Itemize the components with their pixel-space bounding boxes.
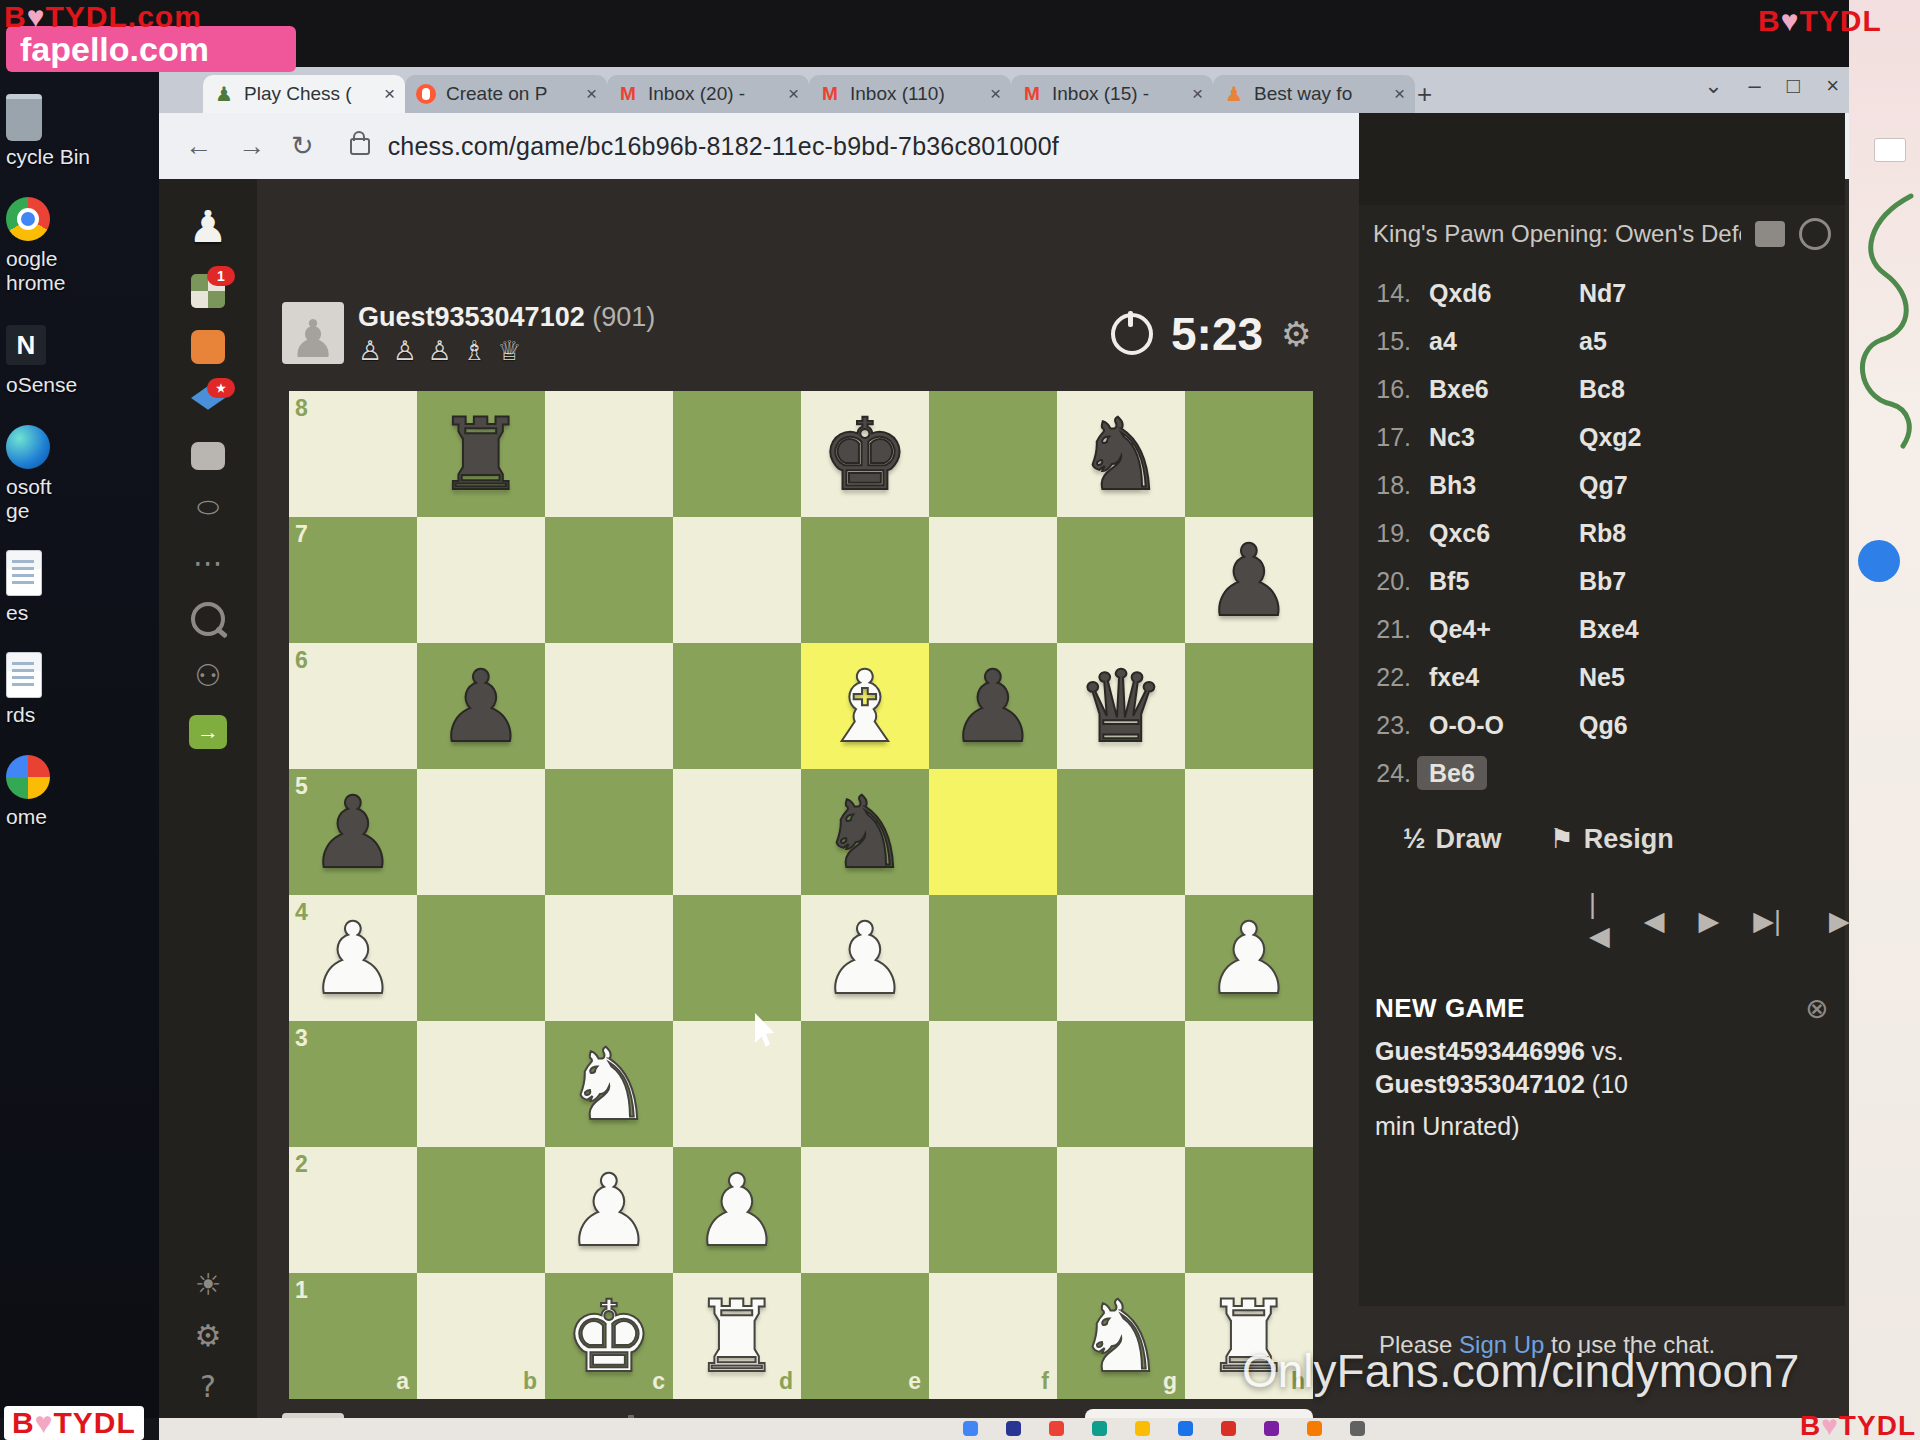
tab-close-icon[interactable]: × [586, 83, 597, 105]
white-move-Be6[interactable]: Be6 [1417, 756, 1487, 790]
tab-label: Play Chess ( [244, 83, 378, 105]
black-rook-b8[interactable]: ♜ [417, 391, 545, 517]
board-square-c4[interactable] [545, 895, 673, 1021]
desktop-icon-google-chrome[interactable]: oogle hrome [6, 195, 136, 295]
jump-end-icon[interactable]: ▶| [1753, 905, 1781, 937]
black-move-Qg6[interactable]: Qg6 [1579, 711, 1628, 739]
black-pawn-h7[interactable]: ♟ [1185, 517, 1313, 643]
doodle-blue-dot [1858, 540, 1900, 582]
gmail-favicon: M [1021, 83, 1043, 105]
white-pawn-h4[interactable]: ♟ [1185, 895, 1313, 1021]
settings-gear-icon[interactable]: ⚙ [195, 1318, 222, 1353]
white-move-Nc3[interactable]: Nc3 [1429, 423, 1475, 451]
back-button[interactable]: ← [185, 131, 212, 162]
taskbar-app-icon[interactable] [1049, 1421, 1064, 1436]
move-row-23: 23.O-O-OQg6 [1359, 701, 1845, 749]
white-pawn-c2[interactable]: ♟ [545, 1147, 673, 1273]
browser-tab-inbox-15-[interactable]: MInbox (15) -× [1011, 75, 1213, 113]
board-square-e8[interactable]: ♚ [801, 391, 929, 517]
clock-icon [1111, 313, 1153, 355]
chess-board: 8♜♚♞7♟6♟♝♟♛5♟♞4♟♟♟3♞2♟♟1abc♚d♜efg♞h♜ [289, 391, 1313, 1399]
document-icon [6, 652, 42, 698]
step-back-icon[interactable]: ◀ [1644, 905, 1665, 937]
board-square-b5[interactable] [417, 769, 545, 895]
browser-tab-inbox-110-[interactable]: MInbox (110)× [809, 75, 1011, 113]
rank-label: 8 [295, 395, 308, 422]
board-square-b7[interactable] [417, 517, 545, 643]
taskbar-app-icon[interactable] [1221, 1421, 1236, 1436]
board-square-f8[interactable] [929, 391, 1057, 517]
white-pawn-a4[interactable]: ♟ [289, 895, 417, 1021]
board-square-f6[interactable]: ♟ [929, 643, 1057, 769]
board-square-h2[interactable] [1185, 1147, 1313, 1273]
black-move-Nd7[interactable]: Nd7 [1579, 279, 1626, 307]
rank-label: 7 [295, 521, 308, 548]
board-square-c1[interactable]: c♚ [545, 1273, 673, 1399]
white-knight-g1[interactable]: ♞ [1057, 1273, 1185, 1399]
board-square-b3[interactable] [417, 1021, 545, 1147]
white-move-Bf5[interactable]: Bf5 [1429, 567, 1469, 595]
windows-taskbar[interactable] [159, 1418, 1849, 1440]
new-game-description-line2: min Unrated) [1375, 1110, 1829, 1143]
paper-note [1874, 138, 1906, 162]
board-square-g5[interactable] [1057, 769, 1185, 895]
move-row-17: 17.Nc3Qxg2 [1359, 413, 1845, 461]
playback-controls: |◀◀▶▶|▶ [1589, 889, 1845, 952]
black-move-Bxe4[interactable]: Bxe4 [1579, 615, 1639, 643]
move-number: 20. [1359, 567, 1429, 596]
chess-pawn-orange-favicon: ♟ [1223, 83, 1245, 105]
move-row-18: 18.Bh3Qg7 [1359, 461, 1845, 509]
move-number: 18. [1359, 471, 1429, 500]
move-list: 14.Qxd6Nd715.a4a516.Bxe6Bc817.Nc3Qxg218.… [1359, 263, 1845, 797]
board-square-f7[interactable] [929, 517, 1057, 643]
board-square-f5[interactable] [929, 769, 1057, 895]
move-row-22: 22.fxe4Ne5 [1359, 653, 1845, 701]
board-square-a4[interactable]: 4♟ [289, 895, 417, 1021]
board-square-g6[interactable]: ♛ [1057, 643, 1185, 769]
gmail-favicon: M [819, 83, 841, 105]
theme-toggle-sun-icon[interactable]: ☀ [195, 1267, 222, 1302]
notepad-n-icon: N [6, 325, 46, 365]
chesscom-nav-rail: ♟1★⬭⋯⚇→☀⚙? [159, 179, 257, 1418]
desktop-icon-label: es [6, 601, 136, 625]
tab-label: Best way fo [1254, 83, 1388, 105]
move-row-20: 20.Bf5Bb7 [1359, 557, 1845, 605]
desktop-icon-label: osoft ge [6, 475, 136, 523]
help-icon[interactable]: ? [200, 1369, 216, 1404]
desk-background-strip [1849, 0, 1920, 1440]
doodle-squiggle [1851, 190, 1917, 450]
desktop-icon-label: ome [6, 805, 136, 829]
desktop-icon-label: oogle hrome [6, 247, 136, 295]
resign-flag-icon: ⚑ [1550, 823, 1574, 854]
board-square-e3[interactable] [801, 1021, 929, 1147]
move-row-21: 21.Qe4+Bxe4 [1359, 605, 1845, 653]
board-square-e7[interactable] [801, 517, 929, 643]
board-square-a7[interactable]: 7 [289, 517, 417, 643]
desktop-icon-microsoft-edge[interactable]: osoft ge [6, 423, 136, 523]
tab-close-icon[interactable]: × [384, 83, 395, 105]
tab-close-icon[interactable]: × [1192, 83, 1203, 105]
chrome-window: ♟Play Chess (×Create on P×MInbox (20) -×… [159, 67, 1849, 1418]
white-king-c1[interactable]: ♚ [545, 1273, 673, 1399]
board-square-f1[interactable]: f [929, 1273, 1057, 1399]
white-move-Qxc6[interactable]: Qxc6 [1429, 519, 1490, 547]
rank-label: 1 [295, 1277, 308, 1304]
profile-circle-icon [6, 755, 50, 799]
more-icon[interactable]: ⋯ [193, 545, 223, 580]
black-move-Qg7[interactable]: Qg7 [1579, 471, 1628, 499]
sign-in-icon[interactable]: → [189, 715, 227, 749]
tab-close-icon[interactable]: × [990, 83, 1001, 105]
forward-button[interactable]: → [238, 131, 265, 162]
tab-search-chevron[interactable]: ⌄ [1704, 73, 1722, 99]
board-square-a8[interactable]: 8 [289, 391, 417, 517]
move-row-16: 16.Bxe6Bc8 [1359, 365, 1845, 413]
step-forward-icon[interactable]: ▶ [1699, 905, 1720, 937]
board-square-e5[interactable]: ♞ [801, 769, 929, 895]
taskbar-app-icon[interactable] [1006, 1421, 1021, 1436]
tab-close-icon[interactable]: × [1394, 83, 1405, 105]
white-knight-c3[interactable]: ♞ [545, 1021, 673, 1147]
board-square-h6[interactable] [1185, 643, 1313, 769]
game-sidebar: King's Pawn Opening: Owen's Defen... 14.… [1359, 113, 1845, 1306]
jump-start-icon[interactable]: |◀ [1589, 889, 1610, 952]
new-game-title: NEW GAME [1375, 993, 1525, 1024]
chesscom-logo-pawn-icon[interactable]: ♟ [188, 201, 227, 252]
desktop-icon-recycle-bin[interactable]: cycle Bin [6, 93, 136, 169]
dismiss-icon[interactable]: ⊗ [1805, 992, 1829, 1025]
board-square-d3[interactable] [673, 1021, 801, 1147]
play-icon[interactable]: 1 [191, 274, 225, 308]
taskbar-app-icon[interactable] [963, 1421, 978, 1436]
browser-tab-play-chess-[interactable]: ♟Play Chess (× [203, 75, 405, 113]
board-square-f3[interactable] [929, 1021, 1057, 1147]
desktop-icon-profile-circle[interactable]: ome [6, 753, 136, 829]
tab-label: Create on P [446, 83, 580, 105]
board-square-h8[interactable] [1185, 391, 1313, 517]
desktop-icon-label: rds [6, 703, 136, 727]
move-number: 14. [1359, 279, 1429, 308]
tab-label: Inbox (20) - [648, 83, 782, 105]
gmail-favicon: M [617, 83, 639, 105]
tab-label: Inbox (15) - [1052, 83, 1186, 105]
botydl-watermark-bottom-left: B♥TYDL [4, 1406, 144, 1440]
board-square-a3[interactable]: 3 [289, 1021, 417, 1147]
microsoft-edge-icon [6, 425, 50, 469]
desktop-icon-document[interactable]: rds [6, 651, 136, 727]
board-square-d8[interactable] [673, 391, 801, 517]
browser-tab-inbox-20-[interactable]: MInbox (20) -× [607, 75, 809, 113]
desktop-icon-notepad-n[interactable]: NoSense [6, 321, 136, 397]
move-number: 19. [1359, 519, 1429, 548]
black-queen-g6[interactable]: ♛ [1057, 643, 1185, 769]
white-bishop-e6[interactable]: ♝ [801, 643, 929, 769]
taskbar-app-icon[interactable] [1092, 1421, 1107, 1436]
botydl-watermark-top-left: B♥TYDL.com [4, 0, 202, 34]
desktop-icon-label: cycle Bin [6, 145, 136, 169]
move-number: 23. [1359, 711, 1429, 740]
learn-icon[interactable]: ★ [191, 386, 225, 420]
board-square-b4[interactable] [417, 895, 545, 1021]
file-label: e [908, 1368, 921, 1395]
black-knight-g8[interactable]: ♞ [1057, 391, 1185, 517]
botydl-watermark-top-right: B♥TYDL [1758, 4, 1882, 38]
board-square-f2[interactable] [929, 1147, 1057, 1273]
board-square-e2[interactable] [801, 1147, 929, 1273]
board-square-d5[interactable] [673, 769, 801, 895]
move-number: 17. [1359, 423, 1429, 452]
padlock-icon [350, 138, 370, 155]
move-number: 15. [1359, 327, 1429, 356]
board-square-c2[interactable]: ♟ [545, 1147, 673, 1273]
board-square-a1[interactable]: 1a [289, 1273, 417, 1399]
white-rook-d1[interactable]: ♜ [673, 1273, 801, 1399]
board-square-d6[interactable] [673, 643, 801, 769]
url-field[interactable]: chess.com/game/bc16b96b-8182-11ec-b9bd-7… [388, 132, 1059, 161]
patreon-favicon [415, 83, 437, 105]
black-pawn-a5[interactable]: ♟ [289, 769, 417, 895]
tab-close-icon[interactable]: × [788, 83, 799, 105]
reload-button[interactable]: ↻ [291, 130, 314, 162]
taskbar-app-icon[interactable] [1350, 1421, 1365, 1436]
board-square-h3[interactable] [1185, 1021, 1313, 1147]
board-square-h7[interactable]: ♟ [1185, 517, 1313, 643]
move-row-19: 19.Qxc6Rb8 [1359, 509, 1845, 557]
board-square-b2[interactable] [417, 1147, 545, 1273]
black-move-Qxg2[interactable]: Qxg2 [1579, 423, 1642, 451]
board-square-g3[interactable] [1057, 1021, 1185, 1147]
taskbar-app-icon[interactable] [1178, 1421, 1193, 1436]
white-pawn-d2[interactable]: ♟ [673, 1147, 801, 1273]
white-pawn-e4[interactable]: ♟ [801, 895, 929, 1021]
move-row-14: 14.Qxd6Nd7 [1359, 269, 1845, 317]
black-king-e8[interactable]: ♚ [801, 391, 929, 517]
notification-badge: ★ [207, 378, 235, 398]
board-square-d2[interactable]: ♟ [673, 1147, 801, 1273]
white-move-Qxd6[interactable]: Qxd6 [1429, 279, 1492, 307]
news-icon[interactable] [191, 442, 225, 470]
file-label: f [1041, 1368, 1049, 1395]
new-game-description: Guest4593446996 vs. Guest9353047102 (10 [1375, 1035, 1829, 1100]
autoplay-icon[interactable]: ▶ [1829, 905, 1850, 937]
tab-label: Inbox (110) [850, 83, 984, 105]
board-square-d4[interactable] [673, 895, 801, 1021]
board-square-g8[interactable]: ♞ [1057, 391, 1185, 517]
white-move-Bh3[interactable]: Bh3 [1429, 471, 1476, 499]
file-label: b [523, 1368, 537, 1395]
board-square-g4[interactable] [1057, 895, 1185, 1021]
black-pawn-f6[interactable]: ♟ [929, 643, 1057, 769]
taskbar-app-icon[interactable] [1307, 1421, 1322, 1436]
board-square-a2[interactable]: 2 [289, 1147, 417, 1273]
rank-label: 2 [295, 1151, 308, 1178]
opponent-clock-time: 5:23 [1171, 307, 1263, 361]
browser-tab-best-way-fo[interactable]: ♟Best way fo× [1213, 75, 1415, 113]
google-chrome-icon [6, 197, 50, 241]
desktop-icon-label: oSense [6, 373, 136, 397]
minimize-button[interactable]: – [1749, 73, 1761, 99]
search-icon[interactable] [191, 602, 225, 636]
black-move-a5[interactable]: a5 [1579, 327, 1607, 355]
board-square-b6[interactable]: ♟ [417, 643, 545, 769]
opponent-name[interactable]: Guest9353047102 (901) [358, 302, 655, 333]
chess-pawn-green-favicon: ♟ [213, 83, 235, 105]
file-label: a [396, 1368, 409, 1395]
rank-label: 6 [295, 647, 308, 674]
black-move-Ne5[interactable]: Ne5 [1579, 663, 1625, 691]
black-pawn-b6[interactable]: ♟ [417, 643, 545, 769]
board-square-c3[interactable]: ♞ [545, 1021, 673, 1147]
puzzles-icon[interactable] [191, 330, 225, 364]
screen-photo: cycle Binoogle hromeNoSenseosoft geesrds… [0, 0, 1920, 1440]
white-move-Qe4+[interactable]: Qe4+ [1429, 615, 1491, 643]
windows-desktop: cycle Binoogle hromeNoSenseosoft geesrds… [0, 67, 159, 1418]
board-square-g1[interactable]: g♞ [1057, 1273, 1185, 1399]
move-number: 16. [1359, 375, 1429, 404]
explorer-icon[interactable] [1799, 218, 1831, 250]
board-square-c6[interactable] [545, 643, 673, 769]
board-square-e6[interactable]: ♝ [801, 643, 929, 769]
board-square-c5[interactable] [545, 769, 673, 895]
board-square-b1[interactable]: b [417, 1273, 545, 1399]
taskbar-app-icon[interactable] [1135, 1421, 1150, 1436]
board-square-g7[interactable] [1057, 517, 1185, 643]
white-move-a4[interactable]: a4 [1429, 327, 1457, 355]
opening-row: King's Pawn Opening: Owen's Defen... [1359, 205, 1845, 263]
document-icon [6, 550, 42, 596]
black-move-Bb7[interactable]: Bb7 [1579, 567, 1626, 595]
board-square-d7[interactable] [673, 517, 801, 643]
pawn-avatar-icon: ♟ [290, 315, 337, 364]
friends-icon[interactable]: ⚇ [195, 658, 222, 693]
board-square-d1[interactable]: d♜ [673, 1273, 801, 1399]
opening-book-icon[interactable] [1755, 221, 1785, 247]
opening-name: King's Pawn Opening: Owen's Defen... [1373, 220, 1741, 248]
opponent-avatar[interactable]: ♟ [282, 302, 344, 364]
board-square-e4[interactable]: ♟ [801, 895, 929, 1021]
rank-label: 3 [295, 1025, 308, 1052]
browser-tab-create-on-p[interactable]: Create on P× [405, 75, 607, 113]
draw-button[interactable]: ½Draw [1403, 824, 1502, 855]
board-square-c7[interactable] [545, 517, 673, 643]
desktop-icon-document[interactable]: es [6, 549, 136, 625]
chat-icon[interactable]: ⬭ [197, 492, 219, 523]
board-square-f4[interactable] [929, 895, 1057, 1021]
white-move-O-O-O[interactable]: O-O-O [1429, 711, 1504, 739]
maximize-button[interactable]: □ [1787, 73, 1800, 99]
black-move-Rb8[interactable]: Rb8 [1579, 519, 1626, 547]
taskbar-app-icon[interactable] [1264, 1421, 1279, 1436]
black-move-Bc8[interactable]: Bc8 [1579, 375, 1625, 403]
opponent-clock: 5:23 ⚙ [1111, 307, 1312, 361]
onlyfans-watermark: OnlyFans.com/cindymoon7 [1242, 1344, 1799, 1398]
opponent-bar: ♟ Guest9353047102 (901) ♙ ♙ ♙ ♗ ♕ [282, 302, 655, 366]
notification-badge: 1 [207, 266, 235, 286]
move-row-15: 15.a4a5 [1359, 317, 1845, 365]
recycle-bin-icon [6, 94, 42, 141]
board-square-a6[interactable]: 6 [289, 643, 417, 769]
board-square-g2[interactable] [1057, 1147, 1185, 1273]
board-square-h4[interactable]: ♟ [1185, 895, 1313, 1021]
white-move-fxe4[interactable]: fxe4 [1429, 663, 1479, 691]
botydl-watermark-bottom-right: B♥TYDL [1800, 1410, 1916, 1440]
resign-button[interactable]: ⚑Resign [1550, 823, 1674, 855]
move-number: 21. [1359, 615, 1429, 644]
board-settings-gear-icon[interactable]: ⚙ [1281, 314, 1311, 354]
opponent-captured-tray: ♙ ♙ ♙ ♗ ♕ [358, 335, 655, 366]
move-row-24: 24.Be6 [1359, 749, 1845, 797]
close-button[interactable]: × [1826, 73, 1839, 99]
board-square-e1[interactable]: e [801, 1273, 929, 1399]
tab-strip: ♟Play Chess (×Create on P×MInbox (20) -×… [159, 67, 1849, 113]
white-move-Bxe6[interactable]: Bxe6 [1429, 375, 1489, 403]
move-number: 22. [1359, 663, 1429, 692]
board-square-a5[interactable]: 5♟ [289, 769, 417, 895]
board-square-h5[interactable] [1185, 769, 1313, 895]
board-square-b8[interactable]: ♜ [417, 391, 545, 517]
new-tab-button[interactable]: + [1417, 79, 1432, 110]
black-knight-e5[interactable]: ♞ [801, 769, 929, 895]
sidebar-tabs [1359, 113, 1845, 205]
board-square-c8[interactable] [545, 391, 673, 517]
